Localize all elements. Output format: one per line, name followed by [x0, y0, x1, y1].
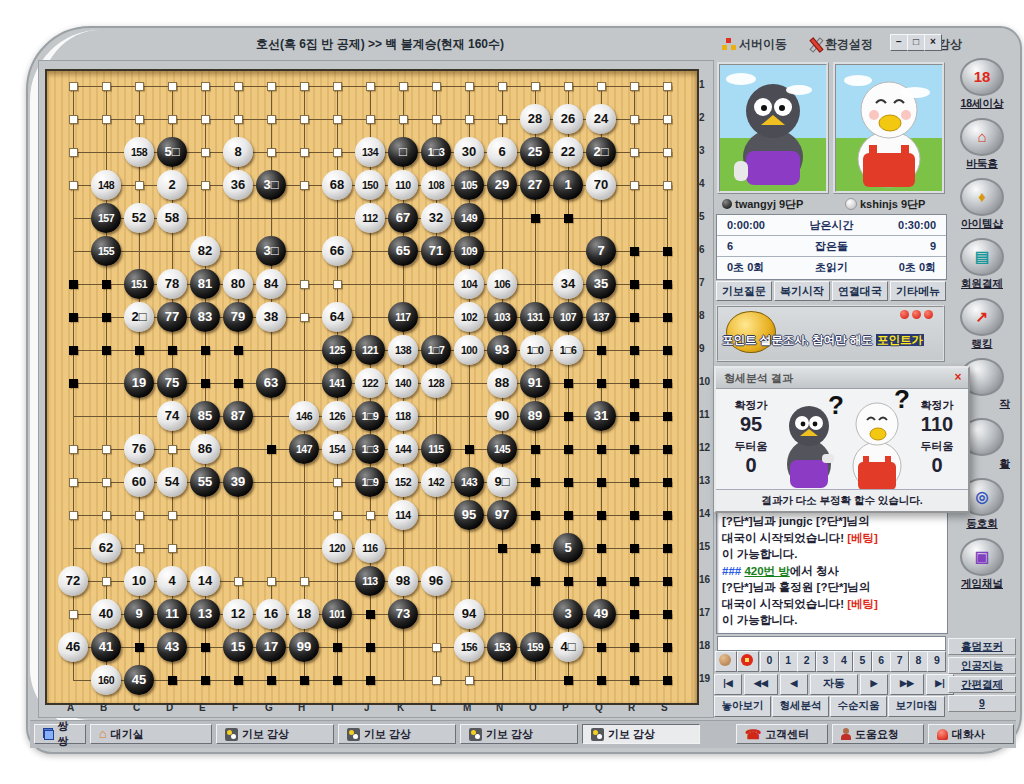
black-stone: 151 [124, 269, 154, 299]
black-stone: 1□9 [355, 467, 385, 497]
territory-marker-white [102, 445, 111, 454]
territory-marker-black [201, 676, 210, 685]
territory-marker-black [663, 577, 672, 586]
territory-marker-white [267, 82, 276, 91]
black-stone: 87 [223, 401, 253, 431]
adult-18-icon: 18 [960, 58, 1004, 96]
territory-marker-black [630, 478, 639, 487]
territory-marker-black [168, 346, 177, 355]
bottom-right-tab-2[interactable]: 도움요청 [832, 724, 924, 744]
black-stone: 1 [553, 170, 583, 200]
territory-marker-black [663, 643, 672, 652]
territory-marker-black [663, 676, 672, 685]
white-stone: 150 [355, 170, 385, 200]
white-stone: 34 [553, 269, 583, 299]
tab-1[interactable]: 쌍쌍 [34, 724, 86, 744]
black-stone: 149 [454, 203, 484, 233]
territory-marker-white [432, 82, 441, 91]
black-stone: 41 [91, 632, 121, 662]
black-stone-icon [722, 199, 732, 209]
sidebar-item-4[interactable]: ▤회원결제 [948, 238, 1016, 291]
black-stone: 5□ [157, 137, 187, 167]
territory-marker-white [432, 676, 441, 685]
white-stone: 38 [256, 302, 286, 332]
number-button-7[interactable]: 7 [890, 651, 909, 672]
territory-marker-black [366, 643, 375, 652]
black-stone: 109 [454, 236, 484, 266]
white-stone: 160 [91, 665, 121, 695]
action-button-4[interactable]: 보기마침 [888, 696, 945, 717]
black-stone: 63 [256, 368, 286, 398]
territory-marker-white [267, 577, 276, 586]
sidebar-item-label: 랭킹 [948, 337, 1016, 351]
row-coordinate: 1 [699, 79, 705, 90]
territory-marker-white [135, 115, 144, 124]
black-stone: 141 [322, 368, 352, 398]
black-stone: 77 [157, 302, 187, 332]
info-row: 0초 0회초읽기0초 0회 [717, 257, 946, 277]
territory-marker-white [201, 115, 210, 124]
territory-marker-black [630, 313, 639, 322]
sidebar-item-label: 회원결제 [948, 277, 1016, 291]
black-stone: 11 [157, 599, 187, 629]
black-stone: 97 [487, 500, 517, 530]
territory-marker-white [333, 148, 342, 157]
territory-marker-black [597, 346, 606, 355]
row-coordinate: 17 [699, 607, 710, 618]
number-button-0[interactable]: 0 [760, 651, 779, 672]
white-stone: 86 [190, 434, 220, 464]
number-button-3[interactable]: 3 [816, 651, 835, 672]
territory-marker-white [663, 181, 672, 190]
white-stone: 80 [223, 269, 253, 299]
territory-marker-white [630, 115, 639, 124]
white-stone: 140 [388, 368, 418, 398]
white-stone: 36 [223, 170, 253, 200]
white-stone: 66 [322, 236, 352, 266]
white-stone: 10 [124, 566, 154, 596]
territory-marker-white [267, 115, 276, 124]
black-player-name: twangyj 9단P [722, 197, 830, 211]
server-move-button[interactable]: 서버이동 [722, 35, 787, 53]
white-stone: 1□6 [553, 335, 583, 365]
white-score: 확정가 110 두터움 0 [908, 398, 966, 476]
popup-note: 결과가 다소 부정확 할수 있습니다. [716, 489, 968, 511]
territory-marker-black [564, 577, 573, 586]
territory-marker-white [366, 115, 375, 124]
number-button-9[interactable]: 9 [927, 651, 946, 672]
territory-marker-black [597, 544, 606, 553]
black-stone: 29 [487, 170, 517, 200]
territory-marker-black [366, 610, 375, 619]
white-stone: 76 [124, 434, 154, 464]
white-stone: 142 [421, 467, 451, 497]
close-button[interactable]: × [924, 34, 942, 51]
black-stone: 131 [520, 302, 550, 332]
white-stone: 64 [322, 302, 352, 332]
territory-marker-black [597, 379, 606, 388]
territory-marker-white [300, 148, 309, 157]
chat-line: 이 가능합니다. [722, 546, 942, 563]
territory-marker-white [135, 181, 144, 190]
black-stone: 65 [388, 236, 418, 266]
black-stone: 9 [124, 599, 154, 629]
territory-marker-white [432, 643, 441, 652]
territory-marker-black [663, 313, 672, 322]
black-stone: 1□3 [421, 137, 451, 167]
territory-marker-black [564, 214, 573, 223]
black-stone: 103 [487, 302, 517, 332]
white-player-avatar [833, 62, 945, 194]
panel-button-2[interactable]: 복기시작 [774, 281, 830, 301]
white-stone: 122 [355, 368, 385, 398]
sidebar-item-3[interactable]: ♦아이템샵 [948, 178, 1016, 231]
number-button-2[interactable]: 2 [797, 651, 816, 672]
go-board-panel: 2826241585□8134□1□330625222□1482363□6815… [38, 60, 714, 718]
black-stone: 155 [91, 236, 121, 266]
row-coordinate: 9 [699, 343, 705, 354]
tab-6[interactable]: 기보 감상 [582, 724, 700, 744]
territory-marker-white [201, 82, 210, 91]
territory-marker-white [69, 478, 78, 487]
white-stone: 148 [91, 170, 121, 200]
white-stone: 90 [487, 401, 517, 431]
bottom-right-tab-1[interactable]: ☎고객센터 [736, 724, 828, 744]
territory-marker-white [399, 115, 408, 124]
territory-marker-white [168, 511, 177, 520]
black-stone: 75 [157, 368, 187, 398]
tab-4[interactable]: 기보 감상 [338, 724, 456, 744]
black-stone: 2□ [586, 137, 616, 167]
minimize-button[interactable]: − [890, 34, 908, 51]
person-icon [841, 728, 851, 740]
white-stone: 62 [91, 533, 121, 563]
chat-input[interactable] [717, 636, 946, 651]
sidebar-link-4[interactable]: 9 [948, 695, 1016, 712]
network-icon [722, 38, 736, 50]
territory-marker-black [564, 478, 573, 487]
question-mark-white: ? [894, 384, 910, 415]
black-stone: 1□9 [355, 401, 385, 431]
territory-marker-white [69, 445, 78, 454]
black-stone: 39 [223, 467, 253, 497]
white-stone: 120 [322, 533, 352, 563]
emoticon-bear-icon[interactable] [715, 651, 737, 672]
panel-button-1[interactable]: 기보질문 [716, 281, 772, 301]
white-stone: 94 [454, 599, 484, 629]
emoticon-flower-icon[interactable] [737, 651, 759, 672]
row-coordinate: 14 [699, 508, 710, 519]
territory-marker-white [234, 577, 243, 586]
white-stone: 6 [487, 137, 517, 167]
column-coordinate: G [265, 702, 273, 713]
row-coordinate: 10 [699, 376, 710, 387]
territory-marker-black [663, 445, 672, 454]
sidebar-link-1[interactable]: 홀덤포커 [948, 638, 1016, 655]
territory-marker-black [597, 676, 606, 685]
black-stone: 81 [190, 269, 220, 299]
territory-marker-white [234, 115, 243, 124]
territory-marker-black [135, 346, 144, 355]
black-stone: 67 [388, 203, 418, 233]
territory-marker-white [498, 82, 507, 91]
column-coordinate: M [463, 702, 471, 713]
territory-marker-white [630, 181, 639, 190]
tab-2[interactable]: ⌂대기실 [90, 724, 212, 744]
black-stone: 19 [124, 368, 154, 398]
white-stone: 100 [454, 335, 484, 365]
territory-marker-black [102, 313, 111, 322]
white-stone: 54 [157, 467, 187, 497]
ad-banner[interactable]: 포인트 설문조사, 참여만 해도 포인트가 [716, 305, 945, 362]
territory-marker-black [630, 610, 639, 619]
territory-marker-black [630, 280, 639, 289]
territory-marker-black [630, 511, 639, 520]
territory-marker-black [201, 643, 210, 652]
black-stone: 147 [289, 434, 319, 464]
maximize-button[interactable]: □ [907, 34, 925, 51]
number-button-5[interactable]: 5 [853, 651, 872, 672]
territory-marker-white [366, 82, 375, 91]
row-coordinate: 13 [699, 475, 710, 486]
territory-marker-white [69, 610, 78, 619]
territory-marker-white [69, 82, 78, 91]
nav-button-6[interactable]: ▶▶ [890, 674, 924, 695]
white-stone: 106 [487, 269, 517, 299]
nav-button-5[interactable]: ▶ [860, 674, 888, 695]
black-stone: 13 [190, 599, 220, 629]
territory-marker-black [531, 445, 540, 454]
territory-marker-white [69, 148, 78, 157]
territory-marker-black [663, 346, 672, 355]
chat-line: 대국이 시작되었습니다! [베팅] [722, 530, 942, 547]
sidebar-link-3[interactable]: 간편결제 [948, 676, 1016, 693]
territory-marker-black [531, 511, 540, 520]
white-stone: 84 [256, 269, 286, 299]
action-button-3[interactable]: 수순지움 [830, 696, 887, 717]
popup-title[interactable]: 형세분석 결과 [716, 368, 968, 389]
chat-line: ### 420번 방에서 청사 [722, 563, 942, 580]
black-stone: 25 [520, 137, 550, 167]
white-stone: 26 [553, 104, 583, 134]
tab-3[interactable]: 기보 감상 [216, 724, 334, 744]
column-coordinate: L [430, 702, 436, 713]
territory-marker-black [663, 544, 672, 553]
white-stone: 158 [124, 137, 154, 167]
chat-line: [?단*]님과 jungjc [?단*]님의 [722, 513, 942, 530]
territory-marker-white [102, 511, 111, 520]
column-coordinate: F [232, 702, 238, 713]
territory-marker-black [597, 478, 606, 487]
item-shop-icon: ♦ [960, 178, 1004, 216]
territory-marker-white [135, 82, 144, 91]
territory-marker-white [333, 280, 342, 289]
territory-marker-white [168, 115, 177, 124]
black-stone: 49 [586, 599, 616, 629]
territory-marker-white [564, 82, 573, 91]
black-stone: 125 [322, 335, 352, 365]
column-coordinate: O [529, 702, 537, 713]
row-coordinate: 3 [699, 145, 705, 156]
territory-marker-black [663, 247, 672, 256]
stones-icon [469, 728, 482, 741]
black-stone: 117 [388, 302, 418, 332]
black-stone: 93 [487, 335, 517, 365]
number-button-4[interactable]: 4 [834, 651, 853, 672]
black-stone: 113 [355, 566, 385, 596]
nav-button-1[interactable]: |◀ [714, 674, 742, 695]
territory-marker-black [267, 445, 276, 454]
sidebar-item-label: 아이템샵 [948, 217, 1016, 231]
nav-button-4[interactable]: 자동 [810, 674, 858, 695]
nav-button-2[interactable]: ◀◀ [744, 674, 778, 695]
sidebar-item-1[interactable]: 1818세이상 [948, 58, 1016, 111]
panel-button-3[interactable]: 연결대국 [832, 281, 888, 301]
column-coordinate: C [133, 702, 140, 713]
territory-marker-white [399, 82, 408, 91]
row-coordinate: 7 [699, 277, 705, 288]
territory-marker-black [366, 676, 375, 685]
white-stone: 60 [124, 467, 154, 497]
black-stone: 143 [454, 467, 484, 497]
territory-marker-black [630, 379, 639, 388]
go-board[interactable]: 2826241585□8134□1□330625222□1482363□6815… [45, 69, 699, 705]
black-stone: 7 [586, 236, 616, 266]
black-stone: 99 [289, 632, 319, 662]
black-stone: 153 [487, 632, 517, 662]
territory-marker-white [630, 148, 639, 157]
territory-marker-white [135, 544, 144, 553]
territory-marker-white [201, 181, 210, 190]
territory-marker-black [267, 676, 276, 685]
sidebar-item-9[interactable]: ▣게임채널 [948, 538, 1016, 591]
territory-marker-black [630, 643, 639, 652]
black-stone: 115 [421, 434, 451, 464]
game-title: 호선(흑 6집 반 공제) >> 백 불계승(현재 160수) [40, 36, 720, 53]
territory-marker-black [333, 643, 342, 652]
black-stone: 55 [190, 467, 220, 497]
white-stone: 2□ [124, 302, 154, 332]
ad-dots-icon [900, 310, 933, 319]
number-button-1[interactable]: 1 [779, 651, 798, 672]
chat-line: [?단*]님과 홀정원 [?단*]님의 [722, 579, 942, 596]
column-coordinate: E [199, 702, 206, 713]
row-coordinate: 4 [699, 178, 705, 189]
black-stone: 3□ [256, 236, 286, 266]
popup-close-icon[interactable]: × [951, 371, 965, 385]
territory-marker-black [597, 577, 606, 586]
stones-icon [225, 728, 238, 741]
territory-marker-white [432, 115, 441, 124]
white-stone: 28 [520, 104, 550, 134]
territory-marker-white [300, 115, 309, 124]
territory-marker-white [300, 313, 309, 322]
territory-marker-white [663, 115, 672, 124]
white-stone: 144 [388, 434, 418, 464]
white-stone: 14 [190, 566, 220, 596]
territory-marker-white [168, 82, 177, 91]
bottom-right-tab-3[interactable]: 대화사 [928, 724, 1014, 744]
white-stone: 72 [58, 566, 88, 596]
settings-button[interactable]: 환경설정 [808, 35, 873, 53]
territory-marker-white [300, 577, 309, 586]
row-coordinate: 2 [699, 112, 705, 123]
territory-marker-black [630, 412, 639, 421]
white-stone: 82 [190, 236, 220, 266]
black-stone: 85 [190, 401, 220, 431]
black-stone: 35 [586, 269, 616, 299]
panel-button-4[interactable]: 기타메뉴 [890, 281, 946, 301]
territory-marker-white [102, 577, 111, 586]
black-stone: 45 [124, 665, 154, 695]
sidebar-item-2[interactable]: ⌂바둑홈 [948, 118, 1016, 171]
sidebar-item-label: 바둑홈 [948, 157, 1016, 171]
white-stone: 58 [157, 203, 187, 233]
column-coordinate: A [67, 702, 74, 713]
territory-marker-black [234, 379, 243, 388]
sidebar-item-5[interactable]: ↗랭킹 [948, 298, 1016, 351]
stones-icon [591, 728, 604, 741]
nav-button-3[interactable]: ◀ [780, 674, 808, 695]
row-coordinate: 8 [699, 310, 705, 321]
stones-icon [347, 728, 360, 741]
black-stone: □ [388, 137, 418, 167]
territory-marker-white [267, 148, 276, 157]
territory-marker-black [564, 445, 573, 454]
white-player-name: kshinjs 9단P [845, 197, 953, 211]
column-coordinate: J [364, 702, 370, 713]
tab-5[interactable]: 기보 감상 [460, 724, 578, 744]
territory-marker-white [300, 181, 309, 190]
ranking-icon: ↗ [960, 298, 1004, 336]
row-coordinate: 5 [699, 211, 705, 222]
white-stone: 138 [388, 335, 418, 365]
territory-marker-black [201, 346, 210, 355]
black-stone: 1□7 [421, 335, 451, 365]
white-stone: 88 [487, 368, 517, 398]
territory-marker-black [69, 313, 78, 322]
column-coordinate: B [100, 702, 107, 713]
territory-marker-black [564, 412, 573, 421]
territory-marker-white [69, 115, 78, 124]
white-stone: 52 [124, 203, 154, 233]
territory-marker-white [300, 280, 309, 289]
territory-marker-black [531, 478, 540, 487]
white-stone: 1□0 [520, 335, 550, 365]
home-icon: ⌂ [960, 118, 1004, 156]
white-stone: 9□ [487, 467, 517, 497]
territory-marker-black [663, 478, 672, 487]
territory-marker-black [630, 247, 639, 256]
territory-marker-white [465, 676, 474, 685]
number-button-6[interactable]: 6 [872, 651, 891, 672]
app-window: 호선(흑 6집 반 공제) >> 백 불계승(현재 160수) 서버이동 환경설… [0, 0, 1024, 784]
house-icon: ⌂ [99, 729, 107, 739]
row-coordinate: 12 [699, 442, 710, 453]
action-button-1[interactable]: 놓아보기 [714, 696, 771, 717]
number-button-8[interactable]: 8 [909, 651, 928, 672]
sidebar-link-2[interactable]: 인공지능 [948, 657, 1016, 674]
action-button-2[interactable]: 형세분석 [772, 696, 829, 717]
territory-marker-white [531, 82, 540, 91]
white-stone: 40 [91, 599, 121, 629]
row-coordinate: 11 [699, 409, 710, 420]
column-coordinate: I [331, 702, 334, 713]
pair-icon [43, 728, 54, 740]
room-link[interactable]: 420번 방 [744, 565, 789, 577]
black-stone: 107 [553, 302, 583, 332]
territory-marker-black [531, 577, 540, 586]
